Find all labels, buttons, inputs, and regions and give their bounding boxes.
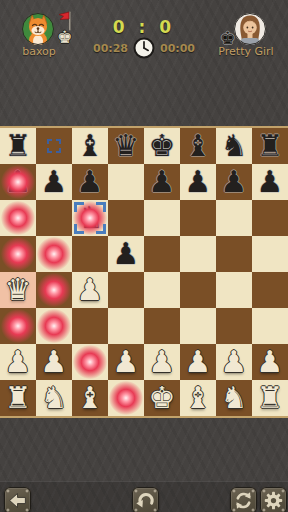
square-b6[interactable] <box>36 200 72 236</box>
move-hint-dot <box>1 309 35 343</box>
square-c5[interactable] <box>72 236 108 272</box>
square-c4[interactable]: ♟ <box>72 272 108 308</box>
square-e2[interactable]: ♟ <box>144 344 180 380</box>
move-hint-dot <box>37 237 71 271</box>
square-d2[interactable]: ♟ <box>108 344 144 380</box>
square-g6[interactable] <box>216 200 252 236</box>
square-e8[interactable]: ♚ <box>144 128 180 164</box>
piece-white-knight: ♞ <box>36 380 72 416</box>
square-d3[interactable] <box>108 308 144 344</box>
square-a6[interactable] <box>0 200 36 236</box>
piece-black-pawn: ♟ <box>180 164 216 200</box>
square-h1[interactable]: ♜ <box>252 380 288 416</box>
square-b4[interactable] <box>36 272 72 308</box>
piece-black-pawn: ♟ <box>108 236 144 272</box>
square-e1[interactable]: ♚ <box>144 380 180 416</box>
square-b5[interactable] <box>36 236 72 272</box>
square-d1[interactable] <box>108 380 144 416</box>
clock-icon <box>133 37 155 59</box>
move-hint-dot <box>37 309 71 343</box>
chess-board: ♜♝♛♚♝♞♜♟♟♟♟♟♟♟♞♟♛♟♟♟♟♟♟♟♟♜♞♝♚♝♞♜ <box>0 126 288 418</box>
square-a3[interactable] <box>0 308 36 344</box>
piece-black-pawn: ♟ <box>36 164 72 200</box>
piece-white-bishop: ♝ <box>72 380 108 416</box>
square-h6[interactable] <box>252 200 288 236</box>
left-player-timer: 00:28 <box>93 42 128 55</box>
right-player-name: Pretty Girl <box>206 45 286 58</box>
square-e3[interactable] <box>144 308 180 344</box>
square-f6[interactable] <box>180 200 216 236</box>
undo-arrow-icon <box>135 490 156 511</box>
square-g4[interactable] <box>216 272 252 308</box>
square-c2[interactable] <box>72 344 108 380</box>
square-d8[interactable]: ♛ <box>108 128 144 164</box>
square-a1[interactable]: ♜ <box>0 380 36 416</box>
piece-black-bishop: ♝ <box>72 128 108 164</box>
piece-white-pawn: ♟ <box>0 344 36 380</box>
piece-black-king: ♚ <box>144 128 180 164</box>
square-f4[interactable] <box>180 272 216 308</box>
piece-white-pawn: ♟ <box>108 344 144 380</box>
piece-black-rook: ♜ <box>0 128 36 164</box>
rotate-board-button[interactable] <box>230 487 257 512</box>
square-h7[interactable]: ♟ <box>252 164 288 200</box>
square-a7[interactable]: ♟ <box>0 164 36 200</box>
undo-button[interactable] <box>132 487 159 512</box>
square-h3[interactable] <box>252 308 288 344</box>
square-g8[interactable]: ♞ <box>216 128 252 164</box>
square-b3[interactable] <box>36 308 72 344</box>
square-d6[interactable] <box>108 200 144 236</box>
piece-black-pawn: ♟ <box>216 164 252 200</box>
right-player-timer: 00:00 <box>160 42 195 55</box>
avatar-right-player <box>233 12 267 46</box>
square-e6[interactable] <box>144 200 180 236</box>
piece-black-pawn: ♟ <box>252 164 288 200</box>
square-g7[interactable]: ♟ <box>216 164 252 200</box>
piece-black-bishop: ♝ <box>180 128 216 164</box>
back-button[interactable] <box>4 487 31 512</box>
square-a8[interactable]: ♜ <box>0 128 36 164</box>
square-c6[interactable]: ♞ <box>72 200 108 236</box>
square-b7[interactable]: ♟ <box>36 164 72 200</box>
piece-white-bishop: ♝ <box>180 380 216 416</box>
woman-avatar <box>233 12 267 46</box>
square-d7[interactable] <box>108 164 144 200</box>
rotate-arrows-icon <box>233 490 254 511</box>
square-a2[interactable]: ♟ <box>0 344 36 380</box>
square-c3[interactable] <box>72 308 108 344</box>
arrow-left-icon <box>7 490 28 511</box>
piece-white-king: ♚ <box>144 380 180 416</box>
square-c1[interactable]: ♝ <box>72 380 108 416</box>
square-g3[interactable] <box>216 308 252 344</box>
square-g2[interactable]: ♟ <box>216 344 252 380</box>
bottom-toolbar <box>0 481 288 512</box>
square-f7[interactable]: ♟ <box>180 164 216 200</box>
square-h2[interactable]: ♟ <box>252 344 288 380</box>
gear-icon <box>263 490 284 511</box>
move-hint-dot <box>109 381 143 415</box>
square-g1[interactable]: ♞ <box>216 380 252 416</box>
square-f2[interactable]: ♟ <box>180 344 216 380</box>
piece-black-queen: ♛ <box>108 128 144 164</box>
piece-white-pawn: ♟ <box>72 272 108 308</box>
piece-white-rook: ♜ <box>252 380 288 416</box>
move-hint-dot <box>1 165 35 199</box>
square-h8[interactable]: ♜ <box>252 128 288 164</box>
last-move-destination-frame <box>74 202 106 234</box>
square-c8[interactable]: ♝ <box>72 128 108 164</box>
header: ♚ baxop 0 : 0 00:28 00:00 ♚ <box>0 0 288 64</box>
piece-white-rook: ♜ <box>0 380 36 416</box>
square-b1[interactable]: ♞ <box>36 380 72 416</box>
piece-black-pawn: ♟ <box>72 164 108 200</box>
piece-black-knight: ♞ <box>216 128 252 164</box>
last-move-origin-marker <box>47 139 61 153</box>
square-a4[interactable]: ♛ <box>0 272 36 308</box>
piece-white-knight: ♞ <box>216 380 252 416</box>
piece-white-pawn: ♟ <box>144 344 180 380</box>
square-a5[interactable] <box>0 236 36 272</box>
move-hint-dot <box>1 237 35 271</box>
square-h5[interactable] <box>252 236 288 272</box>
square-c7[interactable]: ♟ <box>72 164 108 200</box>
square-d4[interactable] <box>108 272 144 308</box>
square-f8[interactable]: ♝ <box>180 128 216 164</box>
move-hint-dot <box>73 345 107 379</box>
piece-white-pawn: ♟ <box>180 344 216 380</box>
square-e4[interactable] <box>144 272 180 308</box>
piece-white-queen: ♛ <box>0 272 36 308</box>
piece-black-rook: ♜ <box>252 128 288 164</box>
square-h4[interactable] <box>252 272 288 308</box>
piece-white-pawn: ♟ <box>36 344 72 380</box>
piece-white-pawn: ♟ <box>252 344 288 380</box>
square-e5[interactable] <box>144 236 180 272</box>
move-hint-dot <box>1 201 35 235</box>
square-e7[interactable]: ♟ <box>144 164 180 200</box>
square-f3[interactable] <box>180 308 216 344</box>
piece-white-pawn: ♟ <box>216 344 252 380</box>
settings-button[interactable] <box>260 487 287 512</box>
move-hint-dot <box>37 273 71 307</box>
square-f5[interactable] <box>180 236 216 272</box>
square-b8[interactable] <box>36 128 72 164</box>
square-g5[interactable] <box>216 236 252 272</box>
piece-black-pawn: ♟ <box>144 164 180 200</box>
square-d5[interactable]: ♟ <box>108 236 144 272</box>
square-b2[interactable]: ♟ <box>36 344 72 380</box>
square-f1[interactable]: ♝ <box>180 380 216 416</box>
